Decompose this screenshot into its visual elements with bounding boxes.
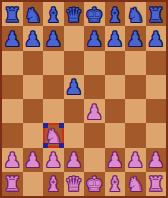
square-f8[interactable]: ♝ bbox=[105, 2, 126, 26]
square-h2[interactable]: ♟ bbox=[146, 148, 167, 172]
white-rook: ♜ bbox=[147, 173, 165, 194]
white-bishop: ♝ bbox=[44, 173, 62, 194]
square-c1[interactable]: ♝ bbox=[43, 172, 64, 196]
square-h1[interactable]: ♜ bbox=[146, 172, 167, 196]
black-rook: ♜ bbox=[147, 4, 165, 25]
black-pawn: ♟ bbox=[147, 28, 165, 49]
chess-board: ♜♞♝♛♚♝♞♜♟♟♟♟♟♟♟♟♟♞♟♟♟♟♟♟♟♜♝♛♚♝♞♜ bbox=[0, 0, 168, 198]
square-c8[interactable]: ♝ bbox=[43, 2, 64, 26]
black-pawn: ♟ bbox=[24, 28, 42, 49]
square-c7[interactable]: ♟ bbox=[43, 26, 64, 50]
black-pawn: ♟ bbox=[126, 28, 144, 49]
white-pawn: ♟ bbox=[126, 149, 144, 170]
square-d7[interactable] bbox=[64, 26, 85, 50]
black-queen: ♛ bbox=[65, 4, 83, 25]
white-knight: ♞ bbox=[44, 125, 62, 146]
square-d6[interactable] bbox=[64, 51, 85, 75]
square-b5[interactable] bbox=[23, 75, 44, 99]
white-bishop: ♝ bbox=[106, 173, 124, 194]
square-a8[interactable]: ♜ bbox=[2, 2, 23, 26]
square-g4[interactable] bbox=[125, 99, 146, 123]
square-b1[interactable] bbox=[23, 172, 44, 196]
square-g5[interactable] bbox=[125, 75, 146, 99]
white-queen: ♛ bbox=[65, 173, 83, 194]
square-f5[interactable] bbox=[105, 75, 126, 99]
square-h3[interactable] bbox=[146, 123, 167, 147]
square-h6[interactable] bbox=[146, 51, 167, 75]
square-g7[interactable]: ♟ bbox=[125, 26, 146, 50]
black-king: ♚ bbox=[85, 4, 103, 25]
black-pawn: ♟ bbox=[3, 28, 21, 49]
square-d8[interactable]: ♛ bbox=[64, 2, 85, 26]
white-rook: ♜ bbox=[3, 173, 21, 194]
square-a6[interactable] bbox=[2, 51, 23, 75]
square-h5[interactable] bbox=[146, 75, 167, 99]
square-c2[interactable]: ♟ bbox=[43, 148, 64, 172]
white-pawn: ♟ bbox=[106, 149, 124, 170]
square-f1[interactable]: ♝ bbox=[105, 172, 126, 196]
square-e7[interactable]: ♟ bbox=[84, 26, 105, 50]
square-h7[interactable]: ♟ bbox=[146, 26, 167, 50]
square-a1[interactable]: ♜ bbox=[2, 172, 23, 196]
square-b6[interactable] bbox=[23, 51, 44, 75]
square-b7[interactable]: ♟ bbox=[23, 26, 44, 50]
square-h4[interactable] bbox=[146, 99, 167, 123]
square-b2[interactable]: ♟ bbox=[23, 148, 44, 172]
black-pawn: ♟ bbox=[44, 28, 62, 49]
square-b8[interactable]: ♞ bbox=[23, 2, 44, 26]
square-a3[interactable] bbox=[2, 123, 23, 147]
black-knight: ♞ bbox=[126, 4, 144, 25]
square-c6[interactable] bbox=[43, 51, 64, 75]
black-knight: ♞ bbox=[24, 4, 42, 25]
black-pawn: ♟ bbox=[85, 28, 103, 49]
square-e1[interactable]: ♚ bbox=[84, 172, 105, 196]
square-d2[interactable]: ♟ bbox=[64, 148, 85, 172]
square-c5[interactable] bbox=[43, 75, 64, 99]
square-f2[interactable]: ♟ bbox=[105, 148, 126, 172]
black-rook: ♜ bbox=[3, 4, 21, 25]
square-e8[interactable]: ♚ bbox=[84, 2, 105, 26]
square-d1[interactable]: ♛ bbox=[64, 172, 85, 196]
board-grid: ♜♞♝♛♚♝♞♜♟♟♟♟♟♟♟♟♟♞♟♟♟♟♟♟♟♜♝♛♚♝♞♜ bbox=[2, 2, 166, 196]
square-c4[interactable] bbox=[43, 99, 64, 123]
white-pawn: ♟ bbox=[24, 149, 42, 170]
white-pawn: ♟ bbox=[65, 149, 83, 170]
square-a4[interactable] bbox=[2, 99, 23, 123]
white-pawn: ♟ bbox=[44, 149, 62, 170]
square-b3[interactable] bbox=[23, 123, 44, 147]
square-e6[interactable] bbox=[84, 51, 105, 75]
square-f7[interactable]: ♟ bbox=[105, 26, 126, 50]
square-e4[interactable]: ♟ bbox=[84, 99, 105, 123]
white-pawn: ♟ bbox=[147, 149, 165, 170]
square-e5[interactable] bbox=[84, 75, 105, 99]
square-e2[interactable] bbox=[84, 148, 105, 172]
square-e3[interactable] bbox=[84, 123, 105, 147]
square-f6[interactable] bbox=[105, 51, 126, 75]
square-a5[interactable] bbox=[2, 75, 23, 99]
square-c3[interactable]: ♞ bbox=[43, 123, 64, 147]
black-bishop: ♝ bbox=[106, 4, 124, 25]
white-king: ♚ bbox=[85, 173, 103, 194]
square-a7[interactable]: ♟ bbox=[2, 26, 23, 50]
white-knight: ♞ bbox=[126, 173, 144, 194]
square-g2[interactable]: ♟ bbox=[125, 148, 146, 172]
white-pawn: ♟ bbox=[3, 149, 21, 170]
square-g1[interactable]: ♞ bbox=[125, 172, 146, 196]
square-d3[interactable] bbox=[64, 123, 85, 147]
square-d4[interactable] bbox=[64, 99, 85, 123]
square-d5[interactable]: ♟ bbox=[64, 75, 85, 99]
square-f4[interactable] bbox=[105, 99, 126, 123]
square-a2[interactable]: ♟ bbox=[2, 148, 23, 172]
black-bishop: ♝ bbox=[44, 4, 62, 25]
square-g6[interactable] bbox=[125, 51, 146, 75]
black-pawn: ♟ bbox=[65, 76, 83, 97]
square-g3[interactable] bbox=[125, 123, 146, 147]
square-f3[interactable] bbox=[105, 123, 126, 147]
black-pawn: ♟ bbox=[106, 28, 124, 49]
square-g8[interactable]: ♞ bbox=[125, 2, 146, 26]
square-h8[interactable]: ♜ bbox=[146, 2, 167, 26]
square-b4[interactable] bbox=[23, 99, 44, 123]
white-pawn: ♟ bbox=[85, 101, 103, 122]
